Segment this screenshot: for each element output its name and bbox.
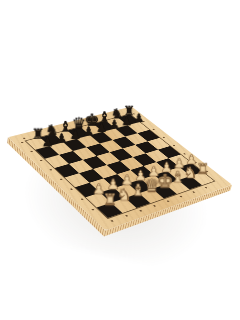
black-rook-piece: ♜ [121, 102, 137, 120]
chess-board: ♜♞♝♛♚♝♞♜♟♟♟♟♟♟♟♟♟♟♟♟♟♟♟♟♜♞♝♛♚♝♞♜ [8, 106, 232, 230]
scene: ♜♞♝♛♚♝♞♜♟♟♟♟♟♟♟♟♟♟♟♟♟♟♟♟♜♞♝♛♚♝♞♜ [0, 0, 240, 320]
product-photo: ♜♞♝♛♚♝♞♜♟♟♟♟♟♟♟♟♟♟♟♟♟♟♟♟♜♞♝♛♚♝♞♜ [0, 0, 240, 320]
square-g1: ♞ [178, 176, 202, 190]
square-g2: ♟ [167, 167, 191, 180]
